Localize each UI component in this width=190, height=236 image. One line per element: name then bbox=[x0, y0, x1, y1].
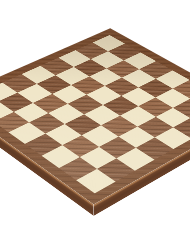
chess-board bbox=[0, 0, 190, 219]
product-photo bbox=[0, 0, 190, 236]
board-frame bbox=[0, 28, 190, 204]
board-3d bbox=[0, 28, 190, 204]
